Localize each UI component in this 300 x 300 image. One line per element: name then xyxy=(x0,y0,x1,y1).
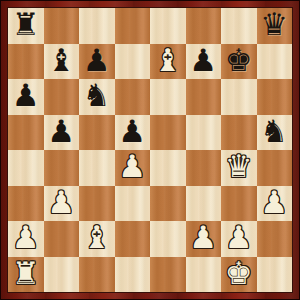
square-f6[interactable] xyxy=(186,79,222,115)
square-e6[interactable] xyxy=(150,79,186,115)
square-h8[interactable]: ♛ xyxy=(257,8,293,44)
square-b1[interactable] xyxy=(44,257,80,293)
black-bishop-b7[interactable]: ♝ xyxy=(47,45,75,76)
square-g4[interactable]: ♛ xyxy=(221,150,257,186)
square-b7[interactable]: ♝ xyxy=(44,44,80,80)
square-a4[interactable] xyxy=(8,150,44,186)
square-a2[interactable]: ♟ xyxy=(8,221,44,257)
square-f3[interactable] xyxy=(186,186,222,222)
square-a1[interactable]: ♜ xyxy=(8,257,44,293)
square-e2[interactable] xyxy=(150,221,186,257)
square-b3[interactable]: ♟ xyxy=(44,186,80,222)
square-b2[interactable] xyxy=(44,221,80,257)
white-queen-g4[interactable]: ♛ xyxy=(225,151,253,182)
square-g2[interactable]: ♟ xyxy=(221,221,257,257)
square-c5[interactable] xyxy=(79,115,115,151)
white-pawn-f2[interactable]: ♟ xyxy=(189,222,217,253)
white-pawn-d4[interactable]: ♟ xyxy=(118,151,146,182)
square-e1[interactable] xyxy=(150,257,186,293)
square-f8[interactable] xyxy=(186,8,222,44)
white-rook-a1[interactable]: ♜ xyxy=(12,258,40,289)
square-f7[interactable]: ♟ xyxy=(186,44,222,80)
square-a7[interactable] xyxy=(8,44,44,80)
square-d8[interactable] xyxy=(115,8,151,44)
square-h6[interactable] xyxy=(257,79,293,115)
black-pawn-f7[interactable]: ♟ xyxy=(189,45,217,76)
square-c6[interactable]: ♞ xyxy=(79,79,115,115)
square-b5[interactable]: ♟ xyxy=(44,115,80,151)
black-pawn-d5[interactable]: ♟ xyxy=(118,116,146,147)
square-b4[interactable] xyxy=(44,150,80,186)
square-c3[interactable] xyxy=(79,186,115,222)
white-king-g1[interactable]: ♚ xyxy=(225,258,253,289)
square-d3[interactable] xyxy=(115,186,151,222)
white-bishop-e7[interactable]: ♝ xyxy=(154,45,182,76)
square-d4[interactable]: ♟ xyxy=(115,150,151,186)
square-h4[interactable] xyxy=(257,150,293,186)
square-f4[interactable] xyxy=(186,150,222,186)
black-queen-h8[interactable]: ♛ xyxy=(260,9,288,40)
black-rook-a8[interactable]: ♜ xyxy=(12,9,40,40)
white-pawn-h3[interactable]: ♟ xyxy=(260,187,288,218)
black-pawn-b5[interactable]: ♟ xyxy=(47,116,75,147)
square-d2[interactable] xyxy=(115,221,151,257)
square-c8[interactable] xyxy=(79,8,115,44)
square-d6[interactable] xyxy=(115,79,151,115)
square-e7[interactable]: ♝ xyxy=(150,44,186,80)
black-king-g7[interactable]: ♚ xyxy=(225,45,253,76)
square-g8[interactable] xyxy=(221,8,257,44)
square-g7[interactable]: ♚ xyxy=(221,44,257,80)
square-h1[interactable] xyxy=(257,257,293,293)
black-pawn-c7[interactable]: ♟ xyxy=(83,45,111,76)
square-h7[interactable] xyxy=(257,44,293,80)
white-pawn-g2[interactable]: ♟ xyxy=(225,222,253,253)
white-pawn-a2[interactable]: ♟ xyxy=(12,222,40,253)
square-h2[interactable] xyxy=(257,221,293,257)
square-d1[interactable] xyxy=(115,257,151,293)
square-f2[interactable]: ♟ xyxy=(186,221,222,257)
square-b8[interactable] xyxy=(44,8,80,44)
square-b6[interactable] xyxy=(44,79,80,115)
board-frame: ♜♛♝♟♝♟♚♟♞♟♟♞♟♛♟♟♟♝♟♟♜♚ xyxy=(0,0,300,300)
square-a6[interactable]: ♟ xyxy=(8,79,44,115)
square-a5[interactable] xyxy=(8,115,44,151)
black-pawn-a6[interactable]: ♟ xyxy=(12,80,40,111)
square-c2[interactable]: ♝ xyxy=(79,221,115,257)
square-c7[interactable]: ♟ xyxy=(79,44,115,80)
square-a3[interactable] xyxy=(8,186,44,222)
square-d5[interactable]: ♟ xyxy=(115,115,151,151)
square-c1[interactable] xyxy=(79,257,115,293)
square-g3[interactable] xyxy=(221,186,257,222)
square-e3[interactable] xyxy=(150,186,186,222)
square-e4[interactable] xyxy=(150,150,186,186)
square-g1[interactable]: ♚ xyxy=(221,257,257,293)
square-h5[interactable]: ♞ xyxy=(257,115,293,151)
square-f1[interactable] xyxy=(186,257,222,293)
square-e5[interactable] xyxy=(150,115,186,151)
square-a8[interactable]: ♜ xyxy=(8,8,44,44)
square-e8[interactable] xyxy=(150,8,186,44)
black-knight-h5[interactable]: ♞ xyxy=(260,116,288,147)
white-pawn-b3[interactable]: ♟ xyxy=(47,187,75,218)
board: ♜♛♝♟♝♟♚♟♞♟♟♞♟♛♟♟♟♝♟♟♜♚ xyxy=(7,7,293,293)
square-g5[interactable] xyxy=(221,115,257,151)
square-g6[interactable] xyxy=(221,79,257,115)
square-f5[interactable] xyxy=(186,115,222,151)
black-knight-c6[interactable]: ♞ xyxy=(83,80,111,111)
square-c4[interactable] xyxy=(79,150,115,186)
square-h3[interactable]: ♟ xyxy=(257,186,293,222)
white-bishop-c2[interactable]: ♝ xyxy=(83,222,111,253)
square-d7[interactable] xyxy=(115,44,151,80)
